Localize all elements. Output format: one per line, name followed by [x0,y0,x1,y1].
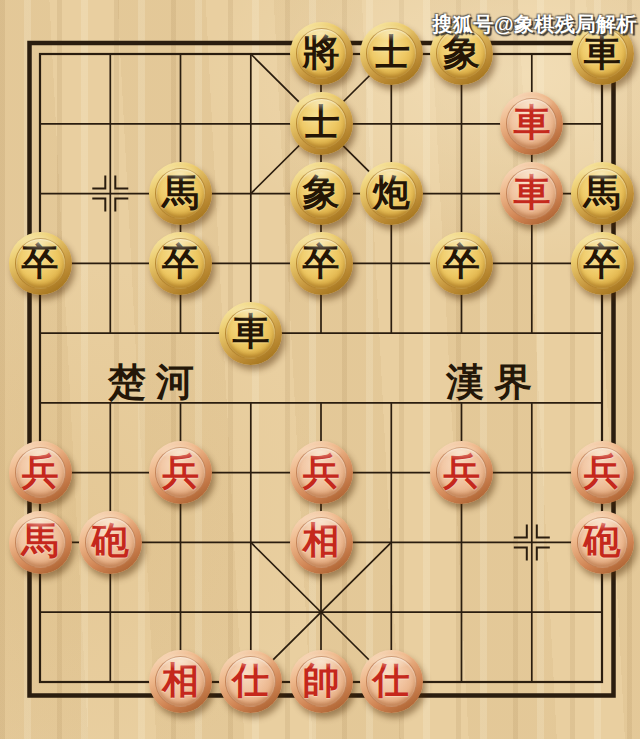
piece-black-advisor[interactable]: 士 [290,92,353,155]
black-piece-glyph: 卒 [156,238,205,287]
red-piece-face: 馬 [15,517,66,568]
red-piece-glyph: 帥 [297,656,346,705]
piece-red-soldier[interactable]: 兵 [149,441,212,504]
red-piece-glyph: 仕 [367,656,416,705]
red-piece-glyph: 砲 [578,517,627,566]
red-piece-face: 兵 [436,447,487,498]
red-piece-glyph: 兵 [437,447,486,496]
red-piece-face: 車 [506,168,557,219]
watermark-text: 搜狐号@象棋残局解析 [432,11,637,38]
red-piece-glyph: 砲 [86,517,135,566]
piece-red-advisor[interactable]: 仕 [219,650,282,713]
red-piece-face: 兵 [155,447,206,498]
piece-red-horse[interactable]: 馬 [9,511,72,574]
piece-red-soldier[interactable]: 兵 [430,441,493,504]
piece-red-cannon[interactable]: 砲 [571,511,634,574]
black-piece-glyph: 士 [297,98,346,147]
black-piece-face: 士 [366,28,417,79]
piece-red-general[interactable]: 帥 [290,650,353,713]
black-piece-glyph: 士 [367,28,416,77]
piece-black-soldier[interactable]: 卒 [149,232,212,295]
piece-black-advisor[interactable]: 士 [360,22,423,85]
piece-black-soldier[interactable]: 卒 [9,232,72,295]
black-piece-face: 象 [296,168,347,219]
black-piece-face: 卒 [577,238,628,289]
red-piece-glyph: 相 [156,656,205,705]
black-piece-face: 馬 [155,168,206,219]
piece-red-elephant[interactable]: 相 [290,511,353,574]
piece-black-horse[interactable]: 馬 [571,162,634,225]
black-piece-glyph: 象 [297,168,346,217]
piece-black-soldier[interactable]: 卒 [290,232,353,295]
xiangqi-screenshot: 搜狐号@象棋残局解析 [0,0,640,739]
red-piece-face: 砲 [85,517,136,568]
piece-red-cannon[interactable]: 砲 [79,511,142,574]
red-piece-face: 兵 [296,447,347,498]
piece-black-soldier[interactable]: 卒 [571,232,634,295]
red-piece-face: 車 [506,98,557,149]
black-piece-face: 車 [225,308,276,359]
black-piece-glyph: 卒 [578,238,627,287]
red-piece-glyph: 車 [507,168,556,217]
piece-black-horse[interactable]: 馬 [149,162,212,225]
black-piece-glyph: 炮 [367,168,416,217]
black-piece-glyph: 馬 [156,168,205,217]
piece-black-soldier[interactable]: 卒 [430,232,493,295]
red-piece-glyph: 兵 [297,447,346,496]
red-piece-glyph: 兵 [578,447,627,496]
red-piece-glyph: 車 [507,98,556,147]
black-piece-face: 卒 [15,238,66,289]
black-piece-glyph: 卒 [297,238,346,287]
piece-red-advisor[interactable]: 仕 [360,650,423,713]
red-piece-glyph: 馬 [16,517,65,566]
piece-black-cannon[interactable]: 炮 [360,162,423,225]
red-piece-glyph: 仕 [226,656,275,705]
black-piece-face: 卒 [296,238,347,289]
black-piece-glyph: 馬 [578,168,627,217]
black-piece-face: 馬 [577,168,628,219]
black-piece-face: 士 [296,98,347,149]
red-piece-face: 帥 [296,656,347,707]
black-piece-face: 將 [296,28,347,79]
black-piece-face: 卒 [436,238,487,289]
red-piece-face: 兵 [15,447,66,498]
black-piece-face: 炮 [366,168,417,219]
red-piece-face: 砲 [577,517,628,568]
black-piece-glyph: 將 [297,28,346,77]
piece-black-general[interactable]: 將 [290,22,353,85]
piece-black-chariot[interactable]: 車 [219,302,282,365]
red-piece-glyph: 相 [297,517,346,566]
red-piece-face: 仕 [225,656,276,707]
piece-red-soldier[interactable]: 兵 [290,441,353,504]
xiangqi-board[interactable]: 將士象車士車馬象炮車馬卒卒卒卒卒車兵兵兵兵兵馬砲相砲相仕帥仕 [5,19,637,717]
red-piece-face: 相 [296,517,347,568]
red-piece-glyph: 兵 [16,447,65,496]
black-piece-glyph: 卒 [16,238,65,287]
red-piece-glyph: 兵 [156,447,205,496]
red-piece-face: 兵 [577,447,628,498]
piece-red-elephant[interactable]: 相 [149,650,212,713]
red-piece-face: 仕 [366,656,417,707]
black-piece-glyph: 卒 [437,238,486,287]
piece-black-elephant[interactable]: 象 [290,162,353,225]
piece-red-chariot[interactable]: 車 [500,162,563,225]
black-piece-face: 卒 [155,238,206,289]
piece-red-chariot[interactable]: 車 [500,92,563,155]
piece-red-soldier[interactable]: 兵 [571,441,634,504]
red-piece-face: 相 [155,656,206,707]
black-piece-glyph: 車 [226,308,275,357]
piece-red-soldier[interactable]: 兵 [9,441,72,504]
